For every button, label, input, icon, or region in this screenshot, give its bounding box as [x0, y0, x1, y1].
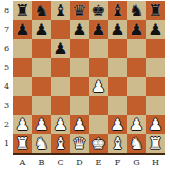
square-h3[interactable] [146, 96, 165, 115]
black-king-e8[interactable]: ♚ [91, 1, 105, 20]
black-pawn-b7[interactable]: ♟ [34, 20, 48, 39]
black-knight-b8[interactable]: ♞ [34, 1, 48, 20]
white-queen-d1[interactable]: ♛ [72, 134, 86, 153]
square-f8[interactable]: ♝ [108, 1, 127, 20]
white-rook-a1[interactable]: ♜ [15, 134, 29, 153]
square-d4[interactable] [70, 77, 89, 96]
square-a3[interactable] [13, 96, 32, 115]
square-a6[interactable] [13, 39, 32, 58]
square-a7[interactable]: ♟ [13, 20, 32, 39]
white-pawn-f2[interactable]: ♟ [110, 115, 124, 134]
square-g6[interactable] [127, 39, 146, 58]
square-c8[interactable]: ♝ [51, 1, 70, 20]
square-e3[interactable] [89, 96, 108, 115]
square-b4[interactable] [32, 77, 51, 96]
square-f6[interactable] [108, 39, 127, 58]
black-pawn-a7[interactable]: ♟ [15, 20, 29, 39]
white-pawn-c2[interactable]: ♟ [53, 115, 67, 134]
white-knight-b1[interactable]: ♞ [34, 134, 48, 153]
square-c7[interactable] [51, 20, 70, 39]
square-f5[interactable] [108, 58, 127, 77]
white-rook-h1[interactable]: ♜ [148, 134, 162, 153]
square-h1[interactable]: ♜ [146, 134, 165, 153]
square-d5[interactable] [70, 58, 89, 77]
black-knight-g8[interactable]: ♞ [129, 1, 143, 20]
rank-label-5: 5 [0, 58, 13, 77]
file-label-b: B [32, 157, 51, 169]
square-g2[interactable]: ♟ [127, 115, 146, 134]
white-pawn-e4[interactable]: ♟ [91, 77, 105, 96]
square-f4[interactable] [108, 77, 127, 96]
white-pawn-h2[interactable]: ♟ [148, 115, 162, 134]
white-pawn-d2[interactable]: ♟ [72, 115, 86, 134]
black-pawn-g7[interactable]: ♟ [129, 20, 143, 39]
square-e7[interactable]: ♟ [89, 20, 108, 39]
square-a1[interactable]: ♜ [13, 134, 32, 153]
chess-diagram: 87654321 ♜♞♝♛♚♝♞♜♟♟♟♟♟♟♟♟♟♟♟♟♟♟♟♟♜♞♝♛♚♝♞… [0, 0, 170, 170]
square-a4[interactable] [13, 77, 32, 96]
chess-board: ♜♞♝♛♚♝♞♜♟♟♟♟♟♟♟♟♟♟♟♟♟♟♟♟♜♞♝♛♚♝♞♜ [13, 1, 165, 155]
square-g3[interactable] [127, 96, 146, 115]
square-h8[interactable]: ♜ [146, 1, 165, 20]
black-bishop-f8[interactable]: ♝ [110, 1, 124, 20]
square-b3[interactable] [32, 96, 51, 115]
square-f2[interactable]: ♟ [108, 115, 127, 134]
square-f3[interactable] [108, 96, 127, 115]
square-g5[interactable] [127, 58, 146, 77]
square-f7[interactable]: ♟ [108, 20, 127, 39]
square-e1[interactable]: ♚ [89, 134, 108, 153]
square-h7[interactable]: ♟ [146, 20, 165, 39]
square-a5[interactable] [13, 58, 32, 77]
white-knight-g1[interactable]: ♞ [129, 134, 143, 153]
rank-label-6: 6 [0, 39, 13, 58]
square-e2[interactable] [89, 115, 108, 134]
square-b6[interactable] [32, 39, 51, 58]
white-bishop-f1[interactable]: ♝ [110, 134, 124, 153]
white-pawn-a2[interactable]: ♟ [15, 115, 29, 134]
square-c1[interactable]: ♝ [51, 134, 70, 153]
file-label-g: G [127, 157, 146, 169]
square-h4[interactable] [146, 77, 165, 96]
square-d6[interactable] [70, 39, 89, 58]
square-e6[interactable] [89, 39, 108, 58]
black-rook-h8[interactable]: ♜ [148, 1, 162, 20]
square-c4[interactable] [51, 77, 70, 96]
white-pawn-g2[interactable]: ♟ [129, 115, 143, 134]
black-pawn-e7[interactable]: ♟ [91, 20, 105, 39]
square-d1[interactable]: ♛ [70, 134, 89, 153]
white-king-e1[interactable]: ♚ [91, 134, 105, 153]
file-labels: ABCDEFGH [13, 157, 165, 169]
black-rook-a8[interactable]: ♜ [15, 1, 29, 20]
white-pawn-b2[interactable]: ♟ [34, 115, 48, 134]
square-d7[interactable]: ♟ [70, 20, 89, 39]
rank-label-2: 2 [0, 115, 13, 134]
square-b2[interactable]: ♟ [32, 115, 51, 134]
square-b5[interactable] [32, 58, 51, 77]
square-d8[interactable]: ♛ [70, 1, 89, 20]
file-label-e: E [89, 157, 108, 169]
square-g7[interactable]: ♟ [127, 20, 146, 39]
square-h6[interactable] [146, 39, 165, 58]
rank-label-8: 8 [0, 1, 13, 20]
square-e4[interactable]: ♟ [89, 77, 108, 96]
square-b1[interactable]: ♞ [32, 134, 51, 153]
rank-labels: 87654321 [0, 1, 13, 153]
square-e8[interactable]: ♚ [89, 1, 108, 20]
black-bishop-c8[interactable]: ♝ [53, 1, 67, 20]
square-d2[interactable]: ♟ [70, 115, 89, 134]
square-g1[interactable]: ♞ [127, 134, 146, 153]
black-pawn-d7[interactable]: ♟ [72, 20, 86, 39]
rank-label-1: 1 [0, 134, 13, 153]
square-a2[interactable]: ♟ [13, 115, 32, 134]
file-label-h: H [146, 157, 165, 169]
square-c2[interactable]: ♟ [51, 115, 70, 134]
file-label-f: F [108, 157, 127, 169]
rank-label-7: 7 [0, 20, 13, 39]
square-f1[interactable]: ♝ [108, 134, 127, 153]
square-h5[interactable] [146, 58, 165, 77]
square-d3[interactable] [70, 96, 89, 115]
rank-label-3: 3 [0, 96, 13, 115]
square-h2[interactable]: ♟ [146, 115, 165, 134]
square-c6[interactable]: ♟ [51, 39, 70, 58]
file-label-d: D [70, 157, 89, 169]
black-queen-d8[interactable]: ♛ [72, 1, 86, 20]
white-bishop-c1[interactable]: ♝ [53, 134, 67, 153]
square-c3[interactable] [51, 96, 70, 115]
square-b8[interactable]: ♞ [32, 1, 51, 20]
rank-label-4: 4 [0, 77, 13, 96]
square-g4[interactable] [127, 77, 146, 96]
square-e5[interactable] [89, 58, 108, 77]
file-label-a: A [13, 157, 32, 169]
black-pawn-f7[interactable]: ♟ [110, 20, 124, 39]
black-pawn-c6[interactable]: ♟ [53, 39, 67, 58]
square-a8[interactable]: ♜ [13, 1, 32, 20]
square-g8[interactable]: ♞ [127, 1, 146, 20]
square-b7[interactable]: ♟ [32, 20, 51, 39]
square-c5[interactable] [51, 58, 70, 77]
file-label-c: C [51, 157, 70, 169]
black-pawn-h7[interactable]: ♟ [148, 20, 162, 39]
